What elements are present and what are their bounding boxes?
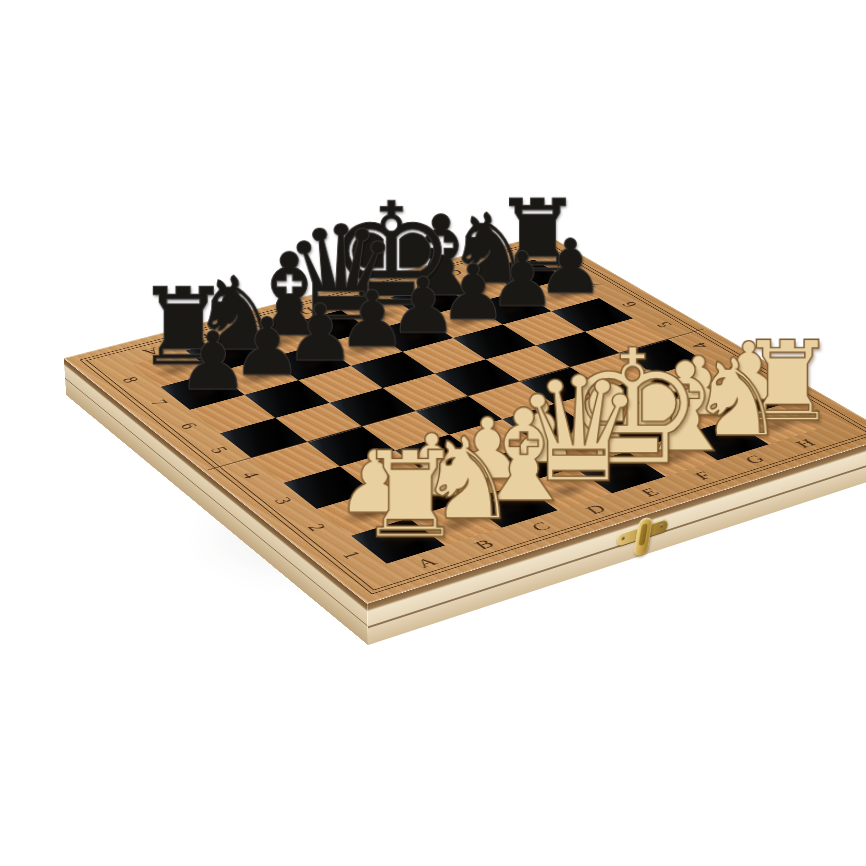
product-photo-stage: ABCDEFGH ABCDEFGH 87654321 87654321 ♜♞♝♛… [0, 0, 866, 866]
clasp-hook [633, 517, 653, 556]
piece-black-pawn-a7[interactable]: ♟ [92, 325, 332, 399]
chess-board-3d: ABCDEFGH ABCDEFGH 87654321 87654321 ♜♞♝♛… [64, 234, 866, 604]
chess-box-scene: ABCDEFGH ABCDEFGH 87654321 87654321 ♜♞♝♛… [168, 96, 768, 696]
piece-white-rook-a1[interactable]: ♜ [278, 440, 543, 550]
